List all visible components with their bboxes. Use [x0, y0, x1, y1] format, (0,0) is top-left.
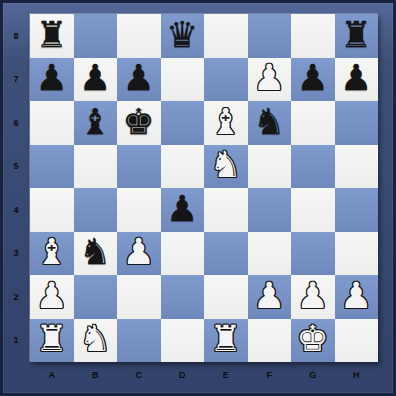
square-g2[interactable]: ♟: [291, 275, 335, 319]
square-f3[interactable]: [248, 232, 292, 276]
square-f5[interactable]: [248, 145, 292, 189]
square-e5[interactable]: ♞: [204, 145, 248, 189]
square-e8[interactable]: [204, 14, 248, 58]
white-pawn[interactable]: ♟: [297, 278, 329, 314]
file-label-g: G: [291, 362, 335, 388]
square-h5[interactable]: [335, 145, 379, 189]
white-rook[interactable]: ♜: [210, 321, 242, 357]
square-d4[interactable]: ♟: [161, 188, 205, 232]
square-e3[interactable]: [204, 232, 248, 276]
square-b1[interactable]: ♞: [74, 319, 118, 363]
square-g8[interactable]: [291, 14, 335, 58]
square-d5[interactable]: [161, 145, 205, 189]
black-pawn[interactable]: ♟: [123, 60, 155, 96]
square-a3[interactable]: ♝: [30, 232, 74, 276]
black-pawn[interactable]: ♟: [79, 60, 111, 96]
square-d8[interactable]: ♛: [161, 14, 205, 58]
square-a2[interactable]: ♟: [30, 275, 74, 319]
black-knight[interactable]: ♞: [79, 234, 111, 270]
square-d7[interactable]: [161, 58, 205, 102]
square-e6[interactable]: ♝: [204, 101, 248, 145]
white-pawn[interactable]: ♟: [36, 278, 68, 314]
black-bishop[interactable]: ♝: [79, 104, 111, 140]
square-b5[interactable]: [74, 145, 118, 189]
square-b4[interactable]: [74, 188, 118, 232]
white-pawn[interactable]: ♟: [123, 234, 155, 270]
square-c8[interactable]: [117, 14, 161, 58]
square-b3[interactable]: ♞: [74, 232, 118, 276]
square-f4[interactable]: [248, 188, 292, 232]
rank-label-6: 6: [3, 101, 29, 145]
file-labels: ABCDEFGH: [30, 362, 378, 388]
black-pawn[interactable]: ♟: [36, 60, 68, 96]
white-pawn[interactable]: ♟: [253, 278, 285, 314]
file-label-h: H: [335, 362, 379, 388]
square-f6[interactable]: ♞: [248, 101, 292, 145]
white-knight[interactable]: ♞: [79, 321, 111, 357]
white-pawn[interactable]: ♟: [340, 278, 372, 314]
white-knight[interactable]: ♞: [210, 147, 242, 183]
square-e2[interactable]: [204, 275, 248, 319]
rank-labels: 87654321: [3, 14, 29, 362]
rank-label-7: 7: [3, 58, 29, 102]
square-g5[interactable]: [291, 145, 335, 189]
rank-label-8: 8: [3, 14, 29, 58]
square-g7[interactable]: ♟: [291, 58, 335, 102]
square-f1[interactable]: [248, 319, 292, 363]
square-b7[interactable]: ♟: [74, 58, 118, 102]
white-bishop[interactable]: ♝: [210, 104, 242, 140]
rank-label-2: 2: [3, 275, 29, 319]
square-e1[interactable]: ♜: [204, 319, 248, 363]
square-a8[interactable]: ♜: [30, 14, 74, 58]
square-c5[interactable]: [117, 145, 161, 189]
square-a6[interactable]: [30, 101, 74, 145]
square-c1[interactable]: [117, 319, 161, 363]
square-f8[interactable]: [248, 14, 292, 58]
black-pawn[interactable]: ♟: [297, 60, 329, 96]
square-h6[interactable]: [335, 101, 379, 145]
file-label-f: F: [248, 362, 292, 388]
square-b6[interactable]: ♝: [74, 101, 118, 145]
square-a4[interactable]: [30, 188, 74, 232]
file-label-a: A: [30, 362, 74, 388]
square-g6[interactable]: [291, 101, 335, 145]
file-label-b: B: [74, 362, 118, 388]
square-a7[interactable]: ♟: [30, 58, 74, 102]
square-a1[interactable]: ♜: [30, 319, 74, 363]
square-d1[interactable]: [161, 319, 205, 363]
square-c4[interactable]: [117, 188, 161, 232]
square-e4[interactable]: [204, 188, 248, 232]
square-g4[interactable]: [291, 188, 335, 232]
square-h4[interactable]: [335, 188, 379, 232]
square-h1[interactable]: [335, 319, 379, 363]
board-frame: 87654321 ABCDEFGH ♜♛♜♟♟♟♟♟♟♝♚♝♞♞♟♝♞♟♟♟♟♟…: [0, 0, 396, 396]
square-e7[interactable]: [204, 58, 248, 102]
square-f2[interactable]: ♟: [248, 275, 292, 319]
black-knight[interactable]: ♞: [253, 104, 285, 140]
white-rook[interactable]: ♜: [36, 321, 68, 357]
file-label-e: E: [204, 362, 248, 388]
square-g1[interactable]: ♚: [291, 319, 335, 363]
square-d3[interactable]: [161, 232, 205, 276]
black-pawn[interactable]: ♟: [166, 191, 198, 227]
black-king[interactable]: ♚: [123, 104, 155, 140]
square-d6[interactable]: [161, 101, 205, 145]
square-a5[interactable]: [30, 145, 74, 189]
square-c2[interactable]: [117, 275, 161, 319]
rank-label-3: 3: [3, 232, 29, 276]
square-b8[interactable]: [74, 14, 118, 58]
square-h2[interactable]: ♟: [335, 275, 379, 319]
black-queen[interactable]: ♛: [166, 17, 198, 53]
square-h8[interactable]: ♜: [335, 14, 379, 58]
square-b2[interactable]: [74, 275, 118, 319]
white-pawn[interactable]: ♟: [253, 60, 285, 96]
black-rook[interactable]: ♜: [340, 17, 372, 53]
square-c6[interactable]: ♚: [117, 101, 161, 145]
square-h7[interactable]: ♟: [335, 58, 379, 102]
black-rook[interactable]: ♜: [36, 17, 68, 53]
square-c7[interactable]: ♟: [117, 58, 161, 102]
file-label-d: D: [161, 362, 205, 388]
white-bishop[interactable]: ♝: [36, 234, 68, 270]
rank-label-1: 1: [3, 319, 29, 363]
rank-label-5: 5: [3, 145, 29, 189]
square-f7[interactable]: ♟: [248, 58, 292, 102]
white-king[interactable]: ♚: [297, 321, 329, 357]
file-label-c: C: [117, 362, 161, 388]
square-h3[interactable]: [335, 232, 379, 276]
square-c3[interactable]: ♟: [117, 232, 161, 276]
black-pawn[interactable]: ♟: [340, 60, 372, 96]
square-g3[interactable]: [291, 232, 335, 276]
square-d2[interactable]: [161, 275, 205, 319]
rank-label-4: 4: [3, 188, 29, 232]
chess-board: ♜♛♜♟♟♟♟♟♟♝♚♝♞♞♟♝♞♟♟♟♟♟♜♞♜♚: [30, 14, 378, 362]
